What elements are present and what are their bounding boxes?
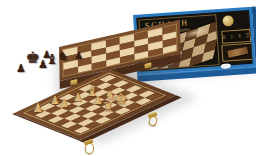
maker-logo-oval: [221, 63, 231, 68]
gold-seal-badge: [222, 15, 234, 27]
brass-clasp-ring-front: [84, 142, 94, 154]
brass-clasp: [144, 62, 151, 69]
brass-clasp-ring-right: [148, 115, 158, 127]
chess-set-product-photo: SCHACH Schachkassette ♙ ♘ ♗ ♖ ♟♚♟: [0, 0, 256, 156]
chess-piece-dark-b: ♝: [46, 52, 59, 66]
case-photo-panel: [221, 43, 252, 62]
folded-case-thumbnail: [227, 47, 248, 58]
chess-piece-dark-p: ♟: [43, 50, 52, 60]
chess-piece-dark-p: ♟: [16, 63, 26, 74]
chess-piece-dark-p: ♟: [38, 59, 48, 70]
chess-piece-dark-k: ♚: [26, 50, 40, 66]
spec-icons: ♙ ♘ ♗ ♖: [222, 33, 251, 40]
chessboard-squares: [28, 75, 161, 134]
spec-icons-panel: ♙ ♘ ♗ ♖: [221, 29, 251, 44]
